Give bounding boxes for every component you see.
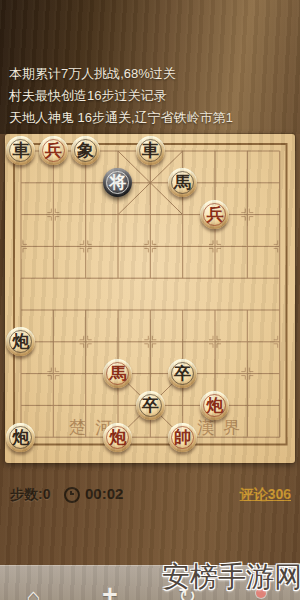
piece-black-elephant[interactable]: 象 [71,136,100,165]
piece-black-cannon[interactable]: 炮 [6,327,35,356]
piece-black-general[interactable]: 将 [103,168,132,197]
piece-character: 将 [103,168,132,197]
timer-value: 00:02 [85,485,123,502]
piece-red-cannon[interactable]: 炮 [200,391,229,420]
status-bar: 步数:0 00:02 评论306 [0,483,300,507]
piece-character: 馬 [103,359,132,388]
piece-black-soldier[interactable]: 卒 [136,391,165,420]
announcement-line: 天地人神鬼 16步通关,辽宁省铁岭市第1 [9,107,299,129]
watermark-text: 安榜手游网 [162,558,300,596]
piece-character: 炮 [6,423,35,452]
piece-character: 象 [71,136,100,165]
home-icon[interactable]: ⌂ [26,583,41,600]
move-counter-label: 步数: [10,486,43,502]
piece-character: 卒 [168,359,197,388]
piece-character: 兵 [39,136,68,165]
move-counter: 步数:0 [10,486,50,504]
piece-character: 馬 [168,168,197,197]
piece-character: 車 [136,136,165,165]
announcement-line: 本期累计7万人挑战,68%过关 [9,63,299,85]
clock-icon [64,487,80,503]
piece-character: 車 [6,136,35,165]
piece-character: 兵 [200,200,229,229]
announcement-line: 村夫最快创造16步过关记录 [9,85,299,107]
move-counter-value: 0 [43,486,51,502]
plus-icon[interactable]: + [102,580,118,600]
piece-black-cannon[interactable]: 炮 [6,423,35,452]
announcement-panel: 本期累计7万人挑战,68%过关 村夫最快创造16步过关记录 天地人神鬼 16步通… [0,0,300,134]
piece-red-soldier[interactable]: 兵 [200,200,229,229]
piece-black-soldier[interactable]: 卒 [168,359,197,388]
announcements: 本期累计7万人挑战,68%过关 村夫最快创造16步过关记录 天地人神鬼 16步通… [9,63,299,129]
piece-black-chariot[interactable]: 車 [136,136,165,165]
piece-character: 炮 [200,391,229,420]
piece-red-horse[interactable]: 馬 [103,359,132,388]
comments-link[interactable]: 评论306 [240,486,291,504]
piece-character: 炮 [6,327,35,356]
piece-red-soldier[interactable]: 兵 [39,136,68,165]
piece-black-horse[interactable]: 馬 [168,168,197,197]
piece-black-chariot[interactable]: 車 [6,136,35,165]
game-screen: 本期累计7万人挑战,68%过关 村夫最快创造16步过关记录 天地人神鬼 16步通… [0,0,300,600]
piece-red-general[interactable]: 帥 [168,423,197,452]
piece-character: 炮 [103,423,132,452]
piece-character: 卒 [136,391,165,420]
piece-red-cannon[interactable]: 炮 [103,423,132,452]
piece-character: 帥 [168,423,197,452]
piece-grid: 車兵象車将馬兵炮馬卒卒炮炮炮帥 [5,135,296,453]
